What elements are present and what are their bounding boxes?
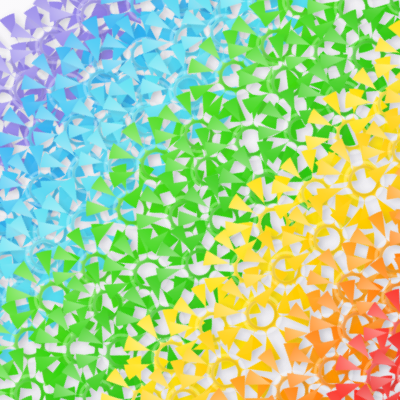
snowflake-blocks-photo bbox=[0, 0, 400, 400]
stripe-field bbox=[0, 0, 400, 400]
photo-canvas bbox=[0, 0, 400, 400]
